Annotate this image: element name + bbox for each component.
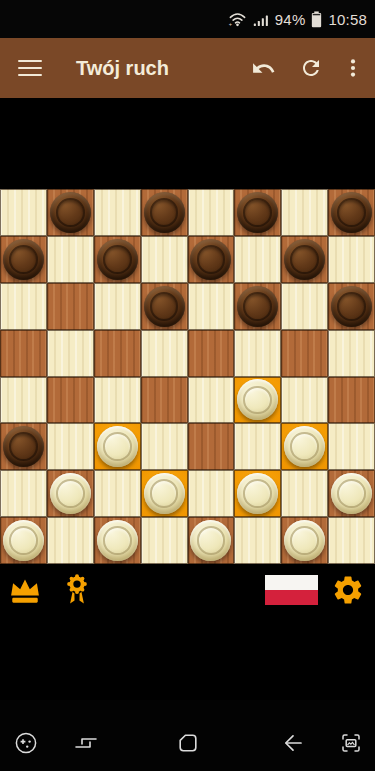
game-tools-button[interactable] [14,731,38,755]
light-piece[interactable] [284,426,325,467]
square-r6c1[interactable] [47,470,94,517]
board [0,189,375,564]
square-r2c1[interactable] [47,283,94,330]
square-r2c7[interactable] [328,283,375,330]
dark-piece[interactable] [237,286,278,327]
square-r6c5[interactable] [234,470,281,517]
light-piece[interactable] [237,473,278,514]
dark-piece[interactable] [190,239,231,280]
light-piece[interactable] [97,426,138,467]
menu-button[interactable] [6,44,54,92]
square-r3c4[interactable] [188,330,235,377]
undo-icon [251,56,276,81]
dark-piece[interactable] [144,286,185,327]
square-r4c3[interactable] [141,377,188,424]
square-r5c1[interactable] [47,423,94,470]
light-piece[interactable] [237,379,278,420]
battery-icon [311,11,322,28]
square-r3c5[interactable] [234,330,281,377]
square-r7c4[interactable] [188,517,235,564]
square-r1c5[interactable] [234,236,281,283]
clock: 10:58 [328,11,367,28]
back-button[interactable] [281,731,305,755]
square-r2c6[interactable] [281,283,328,330]
square-r6c3[interactable] [141,470,188,517]
square-r5c4[interactable] [188,423,235,470]
square-r4c4[interactable] [188,377,235,424]
navigation-bar [0,700,375,771]
square-r1c4[interactable] [188,236,235,283]
overflow-menu-icon [341,56,365,80]
dark-piece[interactable] [144,192,185,233]
svg-text:+: + [229,21,232,27]
undo-button[interactable] [239,44,287,92]
square-r0c7[interactable] [328,189,375,236]
refresh-icon [299,56,323,80]
light-piece[interactable] [97,520,138,561]
wifi-icon: + [228,11,247,27]
recents-icon [74,731,98,755]
square-r0c3[interactable] [141,189,188,236]
square-r4c0[interactable] [0,377,47,424]
square-r4c7[interactable] [328,377,375,424]
light-piece[interactable] [3,520,44,561]
dark-piece[interactable] [237,192,278,233]
square-r7c7[interactable] [328,517,375,564]
square-r6c0[interactable] [0,470,47,517]
square-r0c1[interactable] [47,189,94,236]
dark-piece[interactable] [97,239,138,280]
square-r3c6[interactable] [281,330,328,377]
square-r3c3[interactable] [141,330,188,377]
overflow-menu-button[interactable] [335,44,371,92]
square-r6c4[interactable] [188,470,235,517]
page-title: Twój ruch [76,57,169,80]
medal-icon[interactable] [62,574,92,606]
square-r3c2[interactable] [94,330,141,377]
dark-piece[interactable] [331,192,372,233]
square-r5c3[interactable] [141,423,188,470]
square-r6c2[interactable] [94,470,141,517]
screen-capture-icon [339,731,363,755]
light-piece[interactable] [144,473,185,514]
square-r3c0[interactable] [0,330,47,377]
square-r4c5[interactable] [234,377,281,424]
light-piece[interactable] [284,520,325,561]
dark-piece[interactable] [284,239,325,280]
light-piece[interactable] [331,473,372,514]
square-r3c1[interactable] [47,330,94,377]
dark-piece[interactable] [3,426,44,467]
square-r2c4[interactable] [188,283,235,330]
square-r7c5[interactable] [234,517,281,564]
dark-piece[interactable] [50,192,91,233]
poland-flag[interactable] [265,575,318,605]
square-r5c6[interactable] [281,423,328,470]
square-r2c2[interactable] [94,283,141,330]
settings-gear-icon[interactable] [331,573,365,607]
game-tools-icon [14,731,38,755]
square-r7c3[interactable] [141,517,188,564]
phone-screen: + 94% 10:58 Twój ruch [0,0,375,771]
square-r2c5[interactable] [234,283,281,330]
app-bar: Twój ruch [0,38,375,98]
square-r4c6[interactable] [281,377,328,424]
board-top-gap [0,98,375,189]
status-bar: + 94% 10:58 [0,0,375,38]
square-r7c6[interactable] [281,517,328,564]
square-r3c7[interactable] [328,330,375,377]
square-r0c2[interactable] [94,189,141,236]
square-r5c2[interactable] [94,423,141,470]
square-r4c1[interactable] [47,377,94,424]
crown-icon[interactable] [8,576,42,605]
light-piece[interactable] [50,473,91,514]
square-r7c0[interactable] [0,517,47,564]
square-r1c6[interactable] [281,236,328,283]
square-r6c7[interactable] [328,470,375,517]
screen-capture-button[interactable] [339,731,363,755]
square-r7c2[interactable] [94,517,141,564]
square-r5c0[interactable] [0,423,47,470]
dark-piece[interactable] [3,239,44,280]
square-r5c5[interactable] [234,423,281,470]
square-r0c4[interactable] [188,189,235,236]
square-r1c0[interactable] [0,236,47,283]
square-r1c2[interactable] [94,236,141,283]
back-icon [281,731,305,755]
square-r2c0[interactable] [0,283,47,330]
light-piece[interactable] [190,520,231,561]
square-r1c3[interactable] [141,236,188,283]
signal-strength-icon [253,12,269,27]
square-r6c6[interactable] [281,470,328,517]
refresh-button[interactable] [287,44,335,92]
home-button[interactable] [176,731,200,755]
square-r2c3[interactable] [141,283,188,330]
bottom-toolbar [0,564,375,616]
square-r0c6[interactable] [281,189,328,236]
menu-icon [18,60,42,77]
square-r1c1[interactable] [47,236,94,283]
recents-button[interactable] [74,731,98,755]
square-r7c1[interactable] [47,517,94,564]
dark-piece[interactable] [331,286,372,327]
square-r4c2[interactable] [94,377,141,424]
square-r0c0[interactable] [0,189,47,236]
square-r0c5[interactable] [234,189,281,236]
battery-percent: 94% [275,11,306,28]
square-r5c7[interactable] [328,423,375,470]
home-icon [176,731,200,755]
square-r1c7[interactable] [328,236,375,283]
